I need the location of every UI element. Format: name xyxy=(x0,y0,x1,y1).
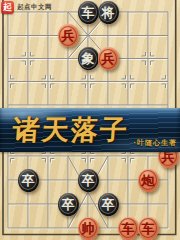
piece-red-车-f8r10[interactable]: 车 xyxy=(138,217,159,240)
piece-black-卒-f4r9[interactable]: 卒 xyxy=(58,193,79,216)
river-banner-subtitle: ·叶随心生著 xyxy=(133,138,177,148)
piece-black-卒-f5r8[interactable]: 卒 xyxy=(78,169,99,192)
piece-red-兵-f6r3[interactable]: 兵 xyxy=(98,47,119,70)
piece-black-车-f5r1[interactable]: 车 xyxy=(78,1,99,24)
piece-black-象-f5r3[interactable]: 象 xyxy=(78,47,99,70)
qidian-site-label: 起点中文网 xyxy=(17,3,52,12)
river-banner: 诸天落子 ·叶随心生著 xyxy=(0,108,180,152)
river-banner-title: 诸天落子 xyxy=(12,112,131,148)
piece-black-卒-f6r9[interactable]: 卒 xyxy=(98,193,119,216)
qidian-watermark: 起 起点中文网 xyxy=(1,1,52,14)
piece-red-帅-f5r10[interactable]: 帅 xyxy=(78,217,99,240)
piece-red-车-f7r10[interactable]: 车 xyxy=(118,217,139,240)
piece-red-兵-f4r2[interactable]: 兵 xyxy=(58,24,79,47)
xiangqi-board[interactable]: 车将兵象兵兵卒卒炮卒卒帅车车 诸天落子 ·叶随心生著 起 起点中文网 xyxy=(0,0,180,240)
qidian-logo-icon: 起 xyxy=(1,1,14,14)
xiangqi-app: 车将兵象兵兵卒卒炮卒卒帅车车 诸天落子 ·叶随心生著 起 起点中文网 xyxy=(0,0,180,240)
piece-black-将-f6r1[interactable]: 将 xyxy=(98,1,119,24)
piece-red-炮-f8r8[interactable]: 炮 xyxy=(138,169,159,192)
piece-black-卒-f2r8[interactable]: 卒 xyxy=(18,169,39,192)
